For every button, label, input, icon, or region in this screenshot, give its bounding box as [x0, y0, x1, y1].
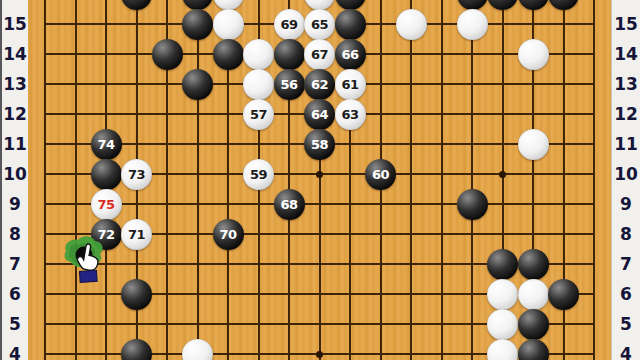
- stone: [396, 9, 427, 40]
- star-point: [316, 351, 323, 358]
- move-number: 73: [128, 168, 145, 181]
- row-label: 9: [612, 193, 640, 215]
- stone-move-62: 62: [304, 69, 335, 100]
- row-label: 11: [612, 133, 640, 155]
- row-labels-left: 16151413121110987654: [0, 0, 28, 360]
- stone: [487, 309, 518, 340]
- star-point: [316, 171, 323, 178]
- move-number: 68: [280, 198, 297, 211]
- stone-move-70: 70: [213, 219, 244, 250]
- stone-move-71: 71: [121, 219, 152, 250]
- row-label: 6: [2, 283, 28, 305]
- stone-move-74: 74: [91, 129, 122, 160]
- row-label: 4: [2, 343, 28, 360]
- star-point: [499, 171, 506, 178]
- stone: [518, 279, 549, 310]
- row-label: 14: [612, 43, 640, 65]
- stone: [152, 39, 183, 70]
- stone: [548, 279, 579, 310]
- stone-move-73: 73: [121, 159, 152, 190]
- row-label: 12: [612, 103, 640, 125]
- move-number: 75: [97, 198, 114, 211]
- row-label: 11: [2, 133, 28, 155]
- stone-move-56: 56: [274, 69, 305, 100]
- stone-move-64: 64: [304, 99, 335, 130]
- move-number: 59: [250, 168, 267, 181]
- stone: [518, 249, 549, 280]
- stone: [518, 39, 549, 70]
- stone-move-63: 63: [335, 99, 366, 130]
- stone-move-68: 68: [274, 189, 305, 220]
- move-number: 71: [128, 228, 145, 241]
- stone: [91, 159, 122, 190]
- stone-move-58: 58: [304, 129, 335, 160]
- row-label: 5: [612, 313, 640, 335]
- row-label: 8: [612, 223, 640, 245]
- stone: [335, 9, 366, 40]
- move-number: 69: [280, 18, 297, 31]
- row-label: 9: [2, 193, 28, 215]
- go-viewer-window: 6965676656626157646374587359607568727170…: [0, 0, 640, 360]
- stone: [121, 279, 152, 310]
- move-number: 72: [97, 228, 114, 241]
- row-label: 10: [2, 163, 28, 185]
- move-number: 61: [341, 78, 358, 91]
- row-label: 5: [2, 313, 28, 335]
- stone: [274, 39, 305, 70]
- move-number: 67: [311, 48, 328, 61]
- stone-move-61: 61: [335, 69, 366, 100]
- move-number: 74: [97, 138, 114, 151]
- row-label: 14: [2, 43, 28, 65]
- stone: [518, 129, 549, 160]
- move-number: 62: [311, 78, 328, 91]
- stone-move-60: 60: [365, 159, 396, 190]
- stone-move-69: 69: [274, 9, 305, 40]
- row-label: 16: [612, 0, 640, 5]
- row-label: 7: [612, 253, 640, 275]
- move-number: 65: [311, 18, 328, 31]
- move-number: 70: [219, 228, 236, 241]
- stone-move-66: 66: [335, 39, 366, 70]
- stone: [243, 39, 274, 70]
- move-number: 64: [311, 108, 328, 121]
- stone-move-75: 75: [91, 189, 122, 220]
- move-number: 60: [372, 168, 389, 181]
- row-label: 15: [2, 13, 28, 35]
- grid-hline: [44, 203, 595, 205]
- stone-move-67: 67: [304, 39, 335, 70]
- move-number: 66: [341, 48, 358, 61]
- row-label: 15: [612, 13, 640, 35]
- stone: [243, 69, 274, 100]
- row-label: 8: [2, 223, 28, 245]
- stone: [213, 39, 244, 70]
- stone: [487, 249, 518, 280]
- move-number: 57: [250, 108, 267, 121]
- stone: [213, 9, 244, 40]
- stone-move-72: 72: [91, 219, 122, 250]
- stone: [182, 9, 213, 40]
- row-label: 16: [2, 0, 28, 5]
- stone-move-57: 57: [243, 99, 274, 130]
- row-label: 13: [2, 73, 28, 95]
- row-label: 12: [2, 103, 28, 125]
- stone: [487, 279, 518, 310]
- stone: [518, 309, 549, 340]
- move-number: 56: [280, 78, 297, 91]
- row-label: 13: [612, 73, 640, 95]
- move-number: 63: [341, 108, 358, 121]
- move-number: 58: [311, 138, 328, 151]
- row-label: 6: [612, 283, 640, 305]
- row-label: 10: [612, 163, 640, 185]
- row-label: 7: [2, 253, 28, 275]
- stone: [457, 9, 488, 40]
- row-labels-right: 16151413121110987654: [611, 0, 640, 360]
- stone-move-59: 59: [243, 159, 274, 190]
- stone: [182, 69, 213, 100]
- stone-move-65: 65: [304, 9, 335, 40]
- row-label: 4: [612, 343, 640, 360]
- stone: [457, 189, 488, 220]
